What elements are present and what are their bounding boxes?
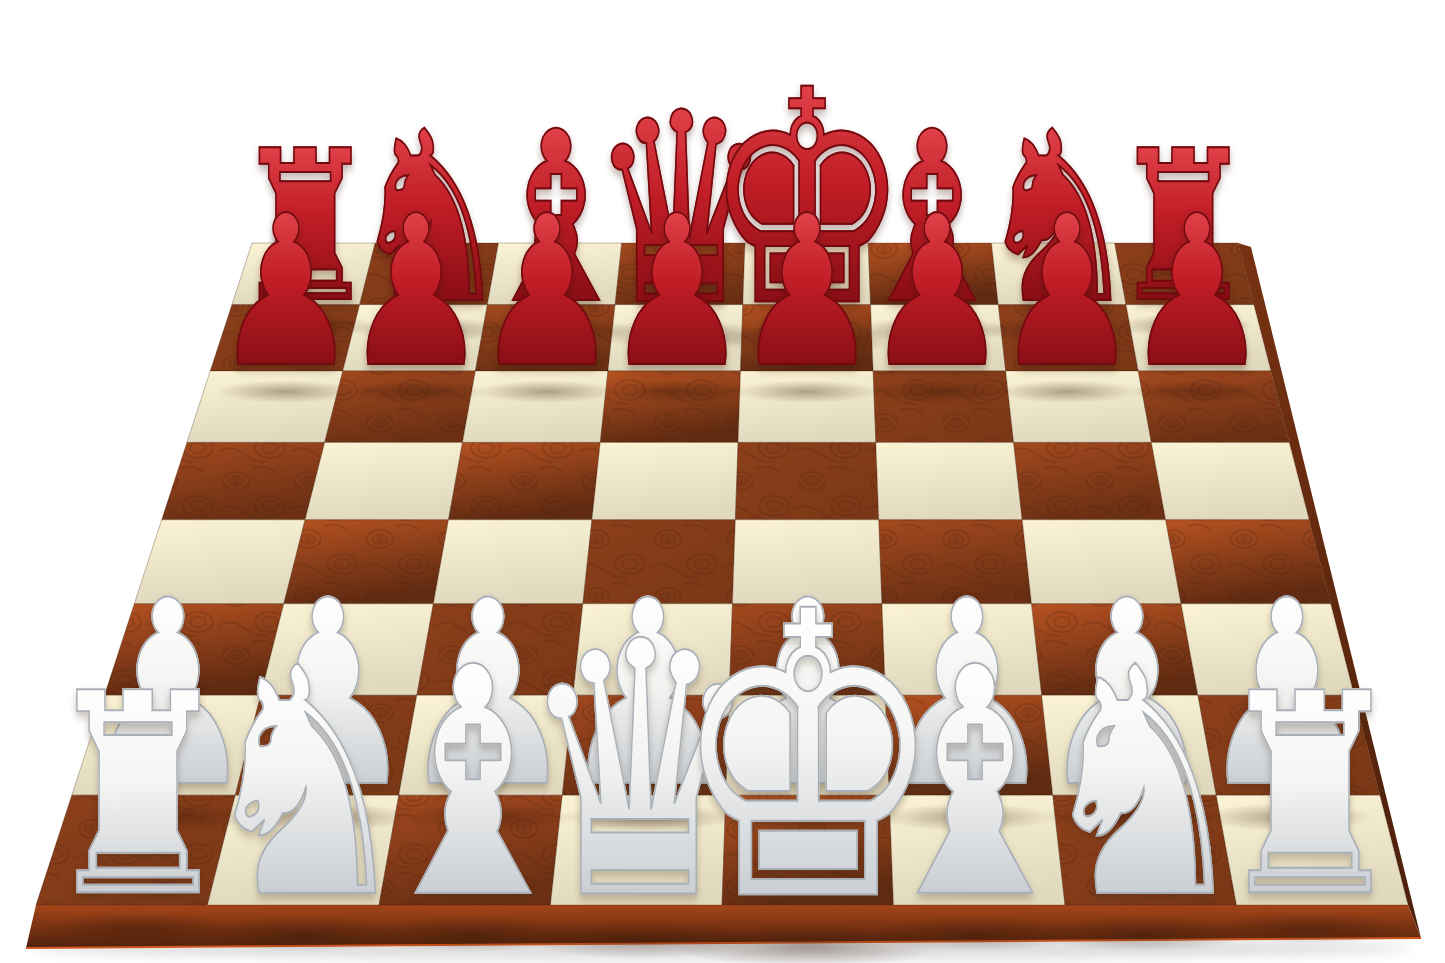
chess-set-photo: ♜♞♝♛♚♝♞♜♟♟♟♟♟♟♟♟♟♟♟♟♟♟♟♟♜♞♝♛♚♝♞♜: [0, 0, 1445, 963]
square-f5[interactable]: [876, 442, 1022, 519]
square-a5-grain: [162, 442, 325, 519]
square-c5-grain: [449, 442, 601, 519]
square-h5[interactable]: [1151, 442, 1309, 519]
square-b5[interactable]: [305, 442, 462, 519]
red-pawn-glyph: ♟: [1124, 188, 1270, 396]
white-rook-glyph: ♜: [1213, 657, 1407, 935]
piece-white-rook-h1[interactable]: ♜: [1186, 657, 1435, 935]
square-e5-grain: [735, 442, 878, 519]
square-d5[interactable]: [592, 442, 738, 519]
square-g5-grain: [1014, 442, 1166, 519]
piece-red-pawn-h7[interactable]: ♟: [1104, 188, 1291, 396]
